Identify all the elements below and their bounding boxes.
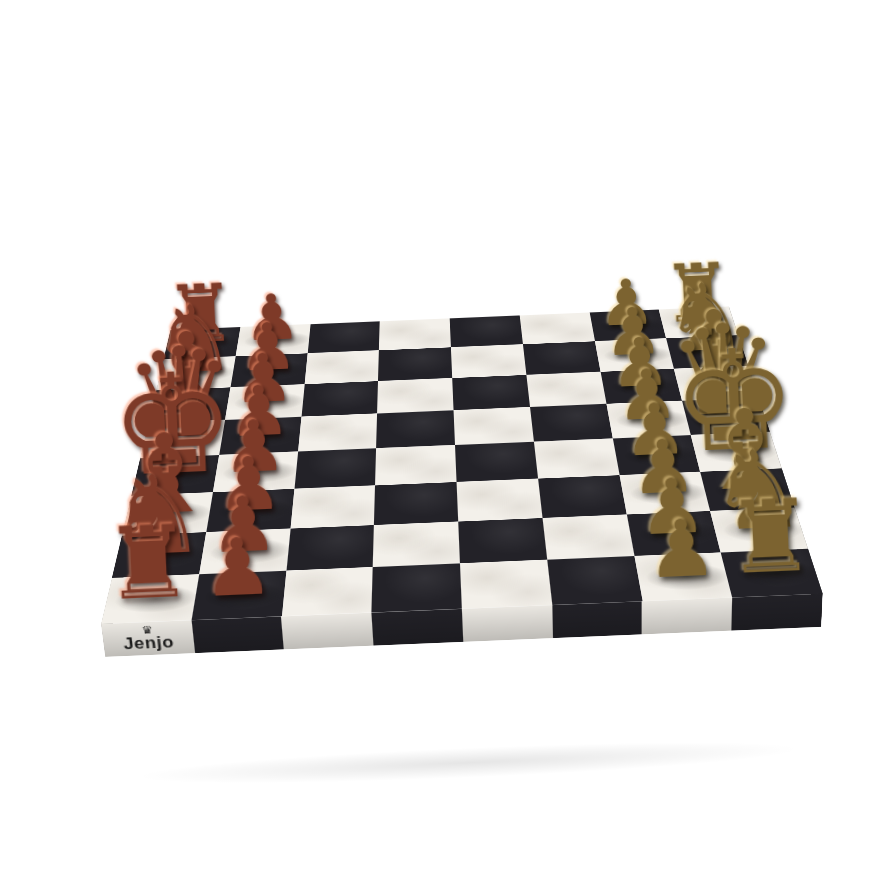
square-c6 xyxy=(526,372,606,408)
square-b5 xyxy=(451,344,526,378)
piece-copper-rook-h1: ♜ xyxy=(102,512,195,615)
square-h2: ♟ xyxy=(191,571,286,620)
piece-brass-pawn-h7: ♟ xyxy=(645,508,719,590)
square-g5 xyxy=(458,518,547,564)
product-photo: ♛ Jenjo ♜♟♟♜♞♟♟♞♝♟♟♝♛♟♟♛♚♟♟♚♝♟♟♝♞♟♟♞♜♟♟♜ xyxy=(0,0,886,886)
square-h6 xyxy=(547,556,642,605)
square-h5 xyxy=(460,560,552,609)
square-c3 xyxy=(301,381,378,417)
square-d5 xyxy=(454,407,534,445)
piece-copper-pawn-h2: ♟ xyxy=(201,527,275,609)
chess-board: ♛ Jenjo ♜♟♟♜♞♟♟♞♝♟♟♝♛♟♟♛♚♟♟♚♝♟♟♝♞♟♟♞♜♟♟♜ xyxy=(101,307,822,624)
square-h7: ♟ xyxy=(634,553,732,602)
camera-roll-wrapper: ♛ Jenjo ♜♟♟♜♞♟♟♞♝♟♟♝♛♟♟♛♚♟♟♚♝♟♟♝♞♟♟♞♜♟♟♜ xyxy=(127,117,783,773)
square-d4 xyxy=(376,410,455,448)
square-f3 xyxy=(290,485,375,528)
square-e3 xyxy=(294,448,376,488)
square-a4 xyxy=(379,318,451,350)
perspective-scene: ♛ Jenjo ♜♟♟♜♞♟♟♞♝♟♟♝♛♟♟♛♚♟♟♚♝♟♟♝♞♟♟♞♜♟♟♜ xyxy=(127,117,783,773)
brand-logo: ♛ Jenjo xyxy=(101,620,195,657)
square-d3 xyxy=(298,414,378,452)
square-g3 xyxy=(286,525,374,571)
square-e6 xyxy=(534,438,619,478)
brand-name: Jenjo xyxy=(123,635,175,653)
square-b3 xyxy=(304,350,379,384)
square-h1: ♜ xyxy=(101,574,199,623)
square-f5 xyxy=(457,478,543,521)
square-d6 xyxy=(530,404,613,442)
square-e4 xyxy=(375,445,456,485)
square-b4 xyxy=(378,347,452,381)
square-a6 xyxy=(519,312,594,344)
square-h4 xyxy=(372,563,462,612)
square-f6 xyxy=(538,475,626,518)
square-g6 xyxy=(542,514,634,560)
piece-brass-rook-h8: ♜ xyxy=(724,486,817,589)
square-g4 xyxy=(373,521,460,567)
square-c4 xyxy=(377,378,453,414)
square-a3 xyxy=(307,321,380,353)
square-b6 xyxy=(523,341,600,375)
square-h3 xyxy=(281,567,372,616)
square-e5 xyxy=(455,442,538,482)
square-f4 xyxy=(374,482,458,525)
square-h8: ♜ xyxy=(721,549,823,598)
square-c5 xyxy=(452,375,530,411)
square-a5 xyxy=(450,315,523,347)
